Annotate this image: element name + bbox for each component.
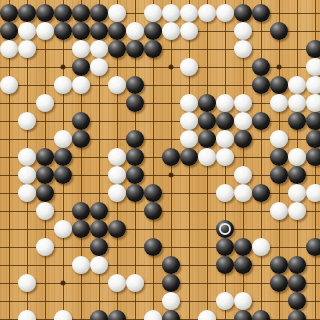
white-stone[interactable]: [270, 202, 288, 220]
black-stone[interactable]: [144, 202, 162, 220]
black-stone[interactable]: [90, 4, 108, 22]
black-stone[interactable]: [234, 238, 252, 256]
black-stone[interactable]: [162, 148, 180, 166]
black-stone[interactable]: [18, 4, 36, 22]
white-stone[interactable]: [18, 166, 36, 184]
black-stone[interactable]: [144, 238, 162, 256]
black-stone[interactable]: [72, 220, 90, 238]
grid-line-horizontal: [0, 121, 320, 122]
white-stone[interactable]: [216, 130, 234, 148]
white-stone[interactable]: [234, 22, 252, 40]
black-stone[interactable]: [162, 310, 180, 320]
white-stone[interactable]: [234, 40, 252, 58]
white-stone[interactable]: [270, 130, 288, 148]
white-stone[interactable]: [18, 310, 36, 320]
white-stone[interactable]: [54, 130, 72, 148]
black-stone[interactable]: [252, 4, 270, 22]
black-stone[interactable]: [144, 184, 162, 202]
white-stone[interactable]: [54, 310, 72, 320]
black-stone[interactable]: [90, 310, 108, 320]
black-stone[interactable]: [126, 184, 144, 202]
black-stone[interactable]: [216, 220, 234, 238]
black-stone[interactable]: [0, 4, 18, 22]
white-stone[interactable]: [90, 256, 108, 274]
white-stone[interactable]: [180, 58, 198, 76]
black-stone[interactable]: [234, 130, 252, 148]
black-stone[interactable]: [144, 40, 162, 58]
white-stone[interactable]: [108, 166, 126, 184]
white-stone[interactable]: [108, 274, 126, 292]
black-stone[interactable]: [216, 256, 234, 274]
white-stone[interactable]: [306, 184, 320, 202]
black-stone[interactable]: [252, 76, 270, 94]
white-stone[interactable]: [198, 148, 216, 166]
grid-line-horizontal: [0, 67, 320, 68]
black-stone[interactable]: [54, 148, 72, 166]
black-stone[interactable]: [216, 112, 234, 130]
black-stone[interactable]: [72, 112, 90, 130]
black-stone[interactable]: [72, 130, 90, 148]
black-stone[interactable]: [126, 76, 144, 94]
white-stone[interactable]: [54, 76, 72, 94]
black-stone[interactable]: [270, 256, 288, 274]
white-stone[interactable]: [72, 256, 90, 274]
white-stone[interactable]: [18, 274, 36, 292]
black-stone[interactable]: [252, 58, 270, 76]
black-stone[interactable]: [36, 184, 54, 202]
white-stone[interactable]: [180, 22, 198, 40]
black-stone[interactable]: [108, 220, 126, 238]
white-stone[interactable]: [0, 76, 18, 94]
white-stone[interactable]: [234, 184, 252, 202]
white-stone[interactable]: [36, 202, 54, 220]
black-stone[interactable]: [306, 40, 320, 58]
black-stone[interactable]: [270, 148, 288, 166]
black-stone[interactable]: [162, 256, 180, 274]
white-stone[interactable]: [198, 4, 216, 22]
black-stone[interactable]: [234, 256, 252, 274]
white-stone[interactable]: [288, 148, 306, 166]
white-stone[interactable]: [36, 238, 54, 256]
black-stone[interactable]: [306, 238, 320, 256]
white-stone[interactable]: [108, 148, 126, 166]
black-stone[interactable]: [162, 274, 180, 292]
go-board[interactable]: [0, 0, 320, 320]
white-stone[interactable]: [306, 94, 320, 112]
white-stone[interactable]: [72, 76, 90, 94]
white-stone[interactable]: [198, 310, 216, 320]
last-move-marker: [219, 223, 231, 235]
white-stone[interactable]: [18, 22, 36, 40]
white-stone[interactable]: [306, 76, 320, 94]
white-stone[interactable]: [72, 40, 90, 58]
white-stone[interactable]: [108, 184, 126, 202]
white-stone[interactable]: [234, 166, 252, 184]
black-stone[interactable]: [90, 22, 108, 40]
black-stone[interactable]: [72, 4, 90, 22]
black-stone[interactable]: [288, 292, 306, 310]
white-stone[interactable]: [216, 94, 234, 112]
black-stone[interactable]: [54, 22, 72, 40]
black-stone[interactable]: [288, 112, 306, 130]
white-stone[interactable]: [144, 310, 162, 320]
black-stone[interactable]: [270, 22, 288, 40]
white-stone[interactable]: [234, 112, 252, 130]
white-stone[interactable]: [270, 94, 288, 112]
black-stone[interactable]: [36, 148, 54, 166]
white-stone[interactable]: [216, 184, 234, 202]
white-stone[interactable]: [180, 94, 198, 112]
black-stone[interactable]: [234, 4, 252, 22]
black-stone[interactable]: [90, 202, 108, 220]
white-stone[interactable]: [18, 112, 36, 130]
black-stone[interactable]: [108, 22, 126, 40]
star-point: [61, 65, 66, 70]
black-stone[interactable]: [252, 310, 270, 320]
go-app-screen: [0, 0, 320, 320]
white-stone[interactable]: [180, 112, 198, 130]
black-stone[interactable]: [54, 4, 72, 22]
grid-line-horizontal: [0, 229, 320, 230]
black-stone[interactable]: [0, 22, 18, 40]
white-stone[interactable]: [144, 4, 162, 22]
white-stone[interactable]: [234, 292, 252, 310]
black-stone[interactable]: [54, 166, 72, 184]
white-stone[interactable]: [90, 40, 108, 58]
white-stone[interactable]: [108, 76, 126, 94]
white-stone[interactable]: [126, 22, 144, 40]
white-stone[interactable]: [36, 94, 54, 112]
white-stone[interactable]: [216, 292, 234, 310]
black-stone[interactable]: [270, 76, 288, 94]
white-stone[interactable]: [216, 148, 234, 166]
black-stone[interactable]: [252, 112, 270, 130]
white-stone[interactable]: [306, 58, 320, 76]
black-stone[interactable]: [126, 148, 144, 166]
white-stone[interactable]: [126, 274, 144, 292]
black-stone[interactable]: [90, 220, 108, 238]
black-stone[interactable]: [72, 22, 90, 40]
black-stone[interactable]: [198, 112, 216, 130]
black-stone[interactable]: [126, 166, 144, 184]
black-stone[interactable]: [288, 166, 306, 184]
white-stone[interactable]: [18, 40, 36, 58]
star-point: [169, 65, 174, 70]
black-stone[interactable]: [72, 58, 90, 76]
black-stone[interactable]: [234, 310, 252, 320]
star-point: [61, 281, 66, 286]
white-stone[interactable]: [252, 238, 270, 256]
white-stone[interactable]: [162, 22, 180, 40]
white-stone[interactable]: [162, 4, 180, 22]
white-stone[interactable]: [90, 58, 108, 76]
white-stone[interactable]: [288, 202, 306, 220]
black-stone[interactable]: [72, 202, 90, 220]
white-stone[interactable]: [36, 22, 54, 40]
grid-line-vertical: [261, 0, 262, 320]
black-stone[interactable]: [288, 274, 306, 292]
star-point: [169, 173, 174, 178]
black-stone[interactable]: [306, 112, 320, 130]
white-stone[interactable]: [288, 76, 306, 94]
black-stone[interactable]: [288, 256, 306, 274]
star-point: [277, 65, 282, 70]
black-stone[interactable]: [108, 310, 126, 320]
white-stone[interactable]: [216, 4, 234, 22]
white-stone[interactable]: [108, 4, 126, 22]
black-stone[interactable]: [270, 166, 288, 184]
white-stone[interactable]: [180, 4, 198, 22]
black-stone[interactable]: [252, 184, 270, 202]
white-stone[interactable]: [234, 94, 252, 112]
white-stone[interactable]: [180, 130, 198, 148]
black-stone[interactable]: [198, 130, 216, 148]
black-stone[interactable]: [36, 166, 54, 184]
black-stone[interactable]: [126, 40, 144, 58]
black-stone[interactable]: [270, 274, 288, 292]
black-stone[interactable]: [108, 40, 126, 58]
black-stone[interactable]: [90, 238, 108, 256]
white-stone[interactable]: [0, 40, 18, 58]
black-stone[interactable]: [144, 22, 162, 40]
white-stone[interactable]: [288, 94, 306, 112]
white-stone[interactable]: [18, 148, 36, 166]
black-stone[interactable]: [288, 310, 306, 320]
black-stone[interactable]: [36, 4, 54, 22]
black-stone[interactable]: [216, 238, 234, 256]
black-stone[interactable]: [306, 130, 320, 148]
white-stone[interactable]: [288, 184, 306, 202]
white-stone[interactable]: [162, 292, 180, 310]
black-stone[interactable]: [198, 94, 216, 112]
black-stone[interactable]: [126, 94, 144, 112]
white-stone[interactable]: [18, 184, 36, 202]
white-stone[interactable]: [54, 220, 72, 238]
black-stone[interactable]: [180, 148, 198, 166]
black-stone[interactable]: [306, 148, 320, 166]
black-stone[interactable]: [126, 130, 144, 148]
grid-line-horizontal: [0, 301, 320, 302]
